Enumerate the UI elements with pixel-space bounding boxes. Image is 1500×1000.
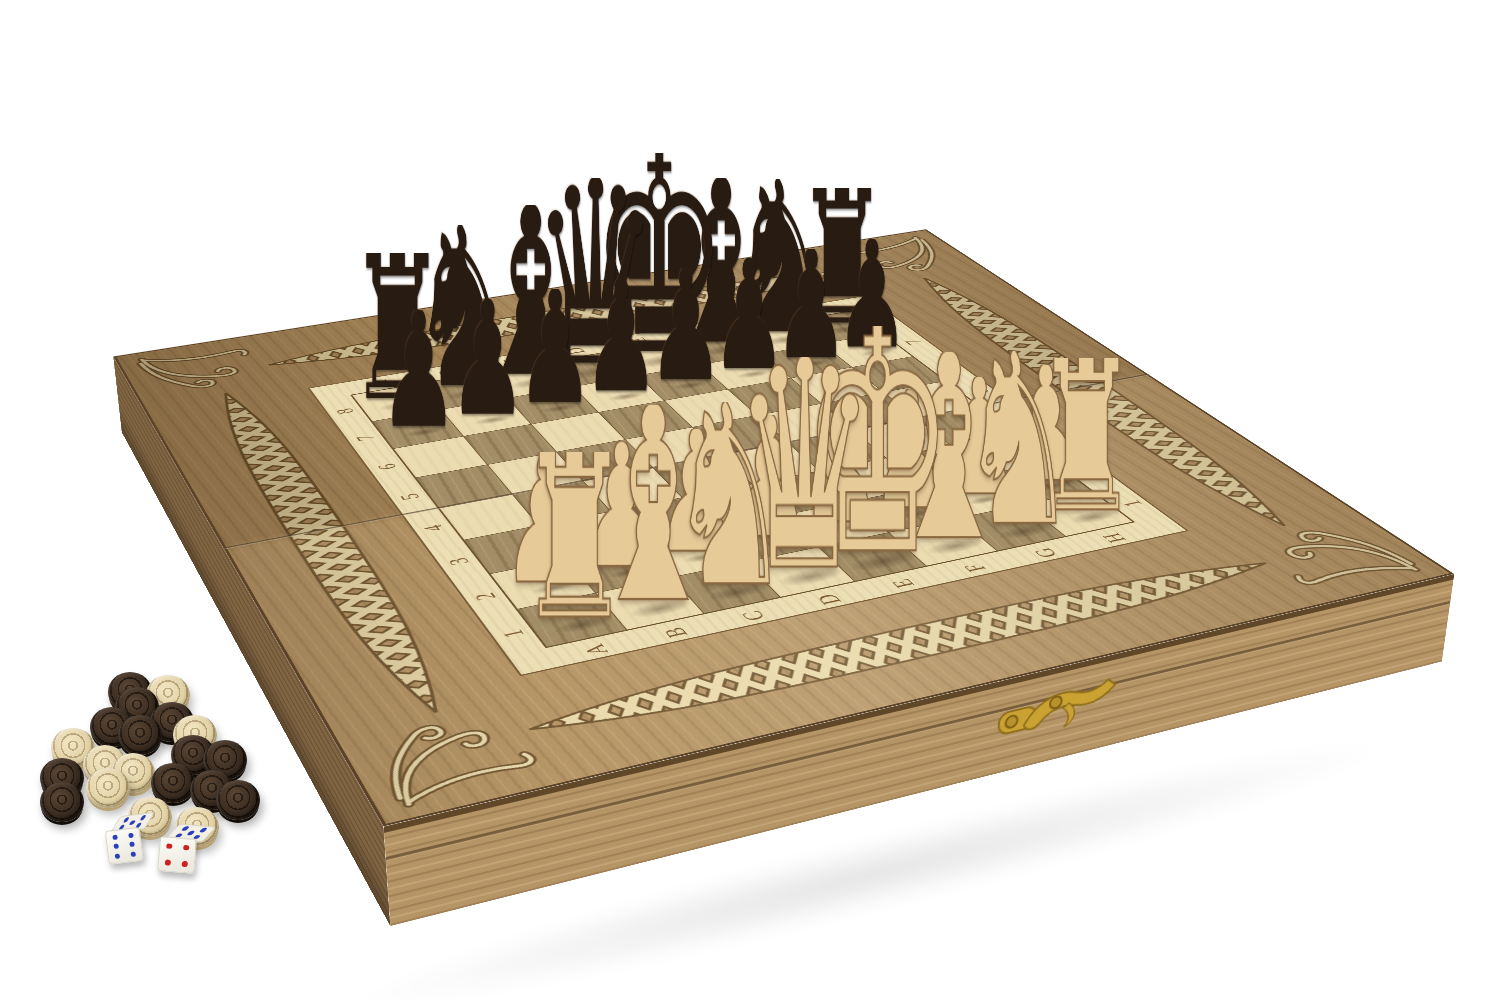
die-pip (183, 844, 189, 850)
die-pip (123, 817, 130, 822)
die-pip (129, 820, 136, 825)
die-pip (113, 844, 119, 850)
die-1[interactable] (103, 812, 158, 867)
die-pip (114, 853, 120, 859)
die-pip (198, 828, 206, 833)
die-pip (129, 842, 135, 848)
checker-dark[interactable] (118, 715, 162, 755)
checker-light[interactable] (86, 768, 130, 808)
die-pip (181, 826, 189, 831)
die-pip (139, 815, 146, 820)
checker-dark[interactable] (40, 782, 84, 822)
checker-dark[interactable] (216, 780, 260, 820)
brass-clasp[interactable] (993, 668, 1122, 752)
die-pip (130, 851, 136, 857)
die-2[interactable] (156, 822, 211, 879)
die-front-face (157, 836, 197, 874)
piece-white-rook-a1[interactable]: ♜ (512, 452, 638, 624)
folding-chess-box: 1122334455667788AABBCCDDEEFFGGHH ♜♞♝♛♚♝♞… (113, 229, 1454, 826)
die-pip (128, 833, 134, 839)
die-pip (164, 859, 170, 865)
die-pip (182, 861, 188, 867)
die-pip (111, 835, 117, 841)
die-front-face (104, 827, 143, 864)
product-photo-stage: 1122334455667788AABBCCDDEEFFGGHH ♜♞♝♛♚♝♞… (0, 0, 1500, 1000)
chess-box-scene: 1122334455667788AABBCCDDEEFFGGHH ♜♞♝♛♚♝♞… (218, 0, 1225, 959)
checker-dark[interactable] (151, 763, 195, 803)
die-pip (186, 830, 194, 835)
die-pip (166, 843, 172, 849)
